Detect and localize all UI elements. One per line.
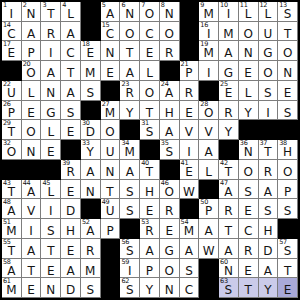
- cell-10-14[interactable]: A: [259, 180, 279, 200]
- cell-14-2[interactable]: T: [22, 259, 42, 279]
- cell-2-2[interactable]: A: [22, 22, 42, 42]
- cell-4-4[interactable]: T: [61, 61, 81, 81]
- cell-6-7[interactable]: Y: [120, 101, 140, 121]
- cell-6-9[interactable]: H: [160, 101, 180, 121]
- cell-letter: R: [160, 46, 179, 60]
- cell-3-5[interactable]: 18E: [81, 41, 101, 61]
- cell-8-5[interactable]: 33Y: [81, 140, 101, 160]
- cell-13-5[interactable]: R: [81, 239, 101, 259]
- cell-2-9[interactable]: O: [160, 22, 180, 42]
- block-7-13: [239, 120, 259, 140]
- cell-6-1[interactable]: 26P: [2, 101, 22, 121]
- cell-9-12[interactable]: 42T: [219, 160, 239, 180]
- cell-2-6[interactable]: 15C: [101, 22, 121, 42]
- cell-5-7[interactable]: 23R: [120, 81, 140, 101]
- cell-13-10[interactable]: A: [180, 239, 200, 259]
- cell-8-2[interactable]: N: [22, 140, 42, 160]
- block-5-6: [101, 81, 121, 101]
- cell-letter: S: [278, 7, 297, 21]
- cell-14-7[interactable]: 59I: [120, 259, 140, 279]
- cell-letter: M: [81, 66, 100, 80]
- cell-7-8[interactable]: 31S: [140, 120, 160, 140]
- cell-13-12[interactable]: A: [219, 239, 239, 259]
- cell-2-13[interactable]: O: [239, 22, 259, 42]
- cell-13-1[interactable]: 55T: [2, 239, 22, 259]
- cell-letter: G: [41, 106, 60, 120]
- block-9-3: [41, 160, 61, 180]
- cell-3-6[interactable]: N: [101, 41, 121, 61]
- cell-4-2[interactable]: 20O: [22, 61, 42, 81]
- cell-11-13[interactable]: E: [239, 199, 259, 219]
- cell-1-13[interactable]: 11L: [239, 2, 259, 22]
- cell-5-1[interactable]: 22U: [2, 81, 22, 101]
- cell-letter: N: [160, 7, 179, 21]
- cell-6-10[interactable]: E: [180, 101, 200, 121]
- cell-4-13[interactable]: E: [239, 61, 259, 81]
- cell-8-13[interactable]: 36N: [239, 140, 259, 160]
- cell-3-7[interactable]: T: [120, 41, 140, 61]
- cell-12-2[interactable]: I: [22, 219, 42, 239]
- cell-14-14[interactable]: A: [259, 259, 279, 279]
- cell-5-3[interactable]: N: [41, 81, 61, 101]
- cell-13-15[interactable]: 57S: [278, 239, 298, 259]
- cell-4-10[interactable]: 21P: [180, 61, 200, 81]
- cell-letter: S: [180, 264, 199, 278]
- cell-letter: T: [22, 264, 41, 278]
- block-8-12: [219, 140, 239, 160]
- cell-6-14[interactable]: I: [259, 101, 279, 121]
- cell-11-1[interactable]: 48A: [2, 199, 22, 219]
- cell-letter: M: [199, 7, 218, 21]
- cell-9-15[interactable]: O: [278, 160, 298, 180]
- cell-9-11[interactable]: L: [199, 160, 219, 180]
- cell-letter: A: [81, 165, 100, 179]
- block-7-14: [259, 120, 279, 140]
- cell-letter: A: [259, 185, 278, 199]
- cell-1-6[interactable]: 5A: [101, 2, 121, 22]
- cell-1-15[interactable]: 13S: [278, 2, 298, 22]
- cell-letter: C: [101, 27, 120, 41]
- cell-2-3[interactable]: R: [41, 22, 61, 42]
- cell-10-2[interactable]: 44A: [22, 180, 42, 200]
- cell-11-4[interactable]: D: [61, 199, 81, 219]
- cell-11-3[interactable]: I: [41, 199, 61, 219]
- cell-letter: R: [81, 244, 100, 258]
- cell-12-3[interactable]: S: [41, 219, 61, 239]
- cell-8-6[interactable]: U: [101, 140, 121, 160]
- cell-letter: A: [22, 244, 41, 258]
- block-11-5: [81, 199, 101, 219]
- cell-letter: T: [259, 145, 278, 159]
- cell-8-11[interactable]: A: [199, 140, 219, 160]
- cell-14-1[interactable]: 58A: [2, 259, 22, 279]
- cell-9-13[interactable]: O: [239, 160, 259, 180]
- cell-letter: E: [2, 46, 21, 60]
- cell-letter: O: [140, 7, 159, 21]
- cell-2-14[interactable]: U: [259, 22, 279, 42]
- cell-14-5[interactable]: M: [81, 259, 101, 279]
- block-2-5: [81, 22, 101, 42]
- cell-letter: R: [239, 244, 258, 258]
- cell-10-8[interactable]: H: [140, 180, 160, 200]
- cell-1-3[interactable]: 3T: [41, 2, 61, 22]
- block-13-6: [101, 239, 121, 259]
- cell-3-8[interactable]: E: [140, 41, 160, 61]
- cell-2-7[interactable]: O: [120, 22, 140, 42]
- block-3-10: [180, 41, 200, 61]
- cell-letter: U: [101, 145, 120, 159]
- cell-10-3[interactable]: 45L: [41, 180, 61, 200]
- cell-11-9[interactable]: R: [160, 199, 180, 219]
- cell-11-15[interactable]: S: [278, 199, 298, 219]
- cell-letter: N: [239, 145, 258, 159]
- cell-3-2[interactable]: P: [22, 41, 42, 61]
- cell-letter: L: [199, 165, 218, 179]
- cell-15-7[interactable]: 62S: [120, 278, 140, 298]
- cell-4-5[interactable]: M: [81, 61, 101, 81]
- cell-letter: S: [41, 224, 60, 238]
- cell-1-2[interactable]: 2N: [22, 2, 42, 22]
- cell-1-9[interactable]: 8N: [160, 2, 180, 22]
- cell-letter: M: [199, 46, 218, 60]
- cell-13-11[interactable]: W: [199, 239, 219, 259]
- cell-12-9[interactable]: E: [160, 219, 180, 239]
- cell-7-6[interactable]: O: [101, 120, 121, 140]
- cell-10-10[interactable]: W: [180, 180, 200, 200]
- cell-6-13[interactable]: Y: [239, 101, 259, 121]
- block-4-1: [2, 61, 22, 81]
- cell-letter: E: [140, 46, 159, 60]
- cell-letter: A: [101, 7, 120, 21]
- cell-11-6[interactable]: 49U: [101, 199, 121, 219]
- cell-letter: I: [41, 46, 60, 60]
- cell-letter: G: [259, 46, 278, 60]
- block-15-6: [101, 278, 121, 298]
- cell-10-13[interactable]: S: [239, 180, 259, 200]
- cell-letter: W: [180, 185, 199, 199]
- cell-3-9[interactable]: R: [160, 41, 180, 61]
- cell-13-13[interactable]: R: [239, 239, 259, 259]
- cell-15-2[interactable]: E: [22, 278, 42, 298]
- cell-12-4[interactable]: H: [61, 219, 81, 239]
- cell-letter: A: [61, 264, 80, 278]
- cell-5-10[interactable]: R: [180, 81, 200, 101]
- cell-11-11[interactable]: 50P: [199, 199, 219, 219]
- cell-letter: S: [61, 106, 80, 120]
- cell-5-9[interactable]: 24A: [160, 81, 180, 101]
- cell-5-15[interactable]: E: [278, 81, 298, 101]
- cell-7-12[interactable]: Y: [219, 120, 239, 140]
- cell-11-7[interactable]: S: [120, 199, 140, 219]
- cell-letter: P: [278, 185, 297, 199]
- cell-letter: H: [259, 224, 278, 238]
- cell-10-15[interactable]: P: [278, 180, 298, 200]
- cell-15-8[interactable]: Y: [140, 278, 160, 298]
- cell-6-11[interactable]: 28O: [199, 101, 219, 121]
- cell-2-8[interactable]: C: [140, 22, 160, 42]
- cell-letter: R: [219, 106, 238, 120]
- cell-7-10[interactable]: V: [180, 120, 200, 140]
- cell-14-9[interactable]: O: [160, 259, 180, 279]
- cell-12-8[interactable]: 53R: [140, 219, 160, 239]
- cell-letter: D: [61, 283, 80, 297]
- cell-letter: I: [2, 7, 21, 21]
- cell-letter: E: [180, 106, 199, 120]
- cell-3-14[interactable]: G: [259, 41, 279, 61]
- cell-letter: U: [2, 86, 21, 100]
- cell-letter: I: [219, 7, 238, 21]
- cell-10-9[interactable]: 46O: [160, 180, 180, 200]
- cell-letter: O: [160, 185, 179, 199]
- cell-letter: R: [120, 86, 139, 100]
- cell-13-9[interactable]: G: [160, 239, 180, 259]
- cell-9-14[interactable]: R: [259, 160, 279, 180]
- cell-9-7[interactable]: A: [120, 160, 140, 180]
- cell-7-9[interactable]: A: [160, 120, 180, 140]
- cell-letter: T: [2, 244, 21, 258]
- cell-5-5[interactable]: S: [81, 81, 101, 101]
- cell-6-3[interactable]: G: [41, 101, 61, 121]
- cell-15-1[interactable]: 61M: [2, 278, 22, 298]
- cell-4-12[interactable]: G: [219, 61, 239, 81]
- cell-14-10[interactable]: S: [180, 259, 200, 279]
- block-9-1: [2, 160, 22, 180]
- cell-12-14[interactable]: H: [259, 219, 279, 239]
- cell-5-13[interactable]: L: [239, 81, 259, 101]
- cell-14-3[interactable]: E: [41, 259, 61, 279]
- cell-12-13[interactable]: C: [239, 219, 259, 239]
- cell-8-10[interactable]: I: [180, 140, 200, 160]
- block-11-10: [180, 199, 200, 219]
- cell-8-9[interactable]: 35S: [160, 140, 180, 160]
- cell-3-1[interactable]: 17E: [2, 41, 22, 61]
- cell-letter: T: [41, 244, 60, 258]
- cell-10-4[interactable]: E: [61, 180, 81, 200]
- cell-letter: O: [101, 125, 120, 139]
- cell-letter: R: [259, 165, 278, 179]
- cell-2-4[interactable]: A: [61, 22, 81, 42]
- cell-10-7[interactable]: S: [120, 180, 140, 200]
- cell-13-8[interactable]: A: [140, 239, 160, 259]
- cell-letter: C: [239, 224, 258, 238]
- cell-1-14[interactable]: 12L: [259, 2, 279, 22]
- cell-letter: T: [278, 27, 297, 41]
- cell-letter: Y: [140, 283, 159, 297]
- cell-5-14[interactable]: S: [259, 81, 279, 101]
- cell-13-3[interactable]: T: [41, 239, 61, 259]
- block-4-9: [160, 61, 180, 81]
- cell-letter: N: [278, 66, 297, 80]
- cell-letter: E: [61, 185, 80, 199]
- cell-11-14[interactable]: S: [259, 199, 279, 219]
- cell-12-11[interactable]: A: [199, 219, 219, 239]
- cell-letter: E: [41, 145, 60, 159]
- cell-4-6[interactable]: E: [101, 61, 121, 81]
- cell-3-4[interactable]: C: [61, 41, 81, 61]
- cell-6-2[interactable]: E: [22, 101, 42, 121]
- cell-15-14[interactable]: Y: [259, 278, 279, 298]
- cell-letter: N: [22, 145, 41, 159]
- cell-10-5[interactable]: N: [81, 180, 101, 200]
- cell-letter: L: [41, 185, 60, 199]
- cell-letter: O: [140, 86, 159, 100]
- cell-3-3[interactable]: I: [41, 41, 61, 61]
- cell-7-2[interactable]: O: [22, 120, 42, 140]
- cell-15-5[interactable]: S: [81, 278, 101, 298]
- cell-5-8[interactable]: O: [140, 81, 160, 101]
- cell-12-6[interactable]: P: [101, 219, 121, 239]
- cell-13-7[interactable]: 56S: [120, 239, 140, 259]
- cell-3-13[interactable]: N: [239, 41, 259, 61]
- cell-6-12[interactable]: R: [219, 101, 239, 121]
- cell-8-14[interactable]: 37T: [259, 140, 279, 160]
- cell-14-4[interactable]: A: [61, 259, 81, 279]
- cell-12-5[interactable]: 52A: [81, 219, 101, 239]
- cell-letter: R: [180, 86, 199, 100]
- cell-9-8[interactable]: 40T: [140, 160, 160, 180]
- cell-letter: M: [180, 224, 199, 238]
- cell-7-3[interactable]: L: [41, 120, 61, 140]
- cell-8-1[interactable]: 32O: [2, 140, 22, 160]
- cell-1-12[interactable]: 10I: [219, 2, 239, 22]
- cell-letter: N: [81, 185, 100, 199]
- cell-9-5[interactable]: A: [81, 160, 101, 180]
- cell-letter: E: [81, 46, 100, 60]
- cell-2-12[interactable]: M: [219, 22, 239, 42]
- cell-12-1[interactable]: 51M: [2, 219, 22, 239]
- cell-5-12[interactable]: 25E: [219, 81, 239, 101]
- cell-3-15[interactable]: O: [278, 41, 298, 61]
- cell-7-11[interactable]: V: [199, 120, 219, 140]
- cell-12-12[interactable]: T: [219, 219, 239, 239]
- cell-13-4[interactable]: E: [61, 239, 81, 259]
- cell-letter: A: [61, 86, 80, 100]
- cell-letter: H: [278, 145, 297, 159]
- cell-10-6[interactable]: T: [101, 180, 121, 200]
- cell-letter: I: [41, 204, 60, 218]
- cell-letter: E: [239, 66, 258, 80]
- cell-9-10[interactable]: 41E: [180, 160, 200, 180]
- cell-6-15[interactable]: S: [278, 101, 298, 121]
- cell-15-4[interactable]: D: [61, 278, 81, 298]
- cell-11-12[interactable]: R: [219, 199, 239, 219]
- cell-10-1[interactable]: 43T: [2, 180, 22, 200]
- cell-letter: L: [259, 7, 278, 21]
- cell-2-15[interactable]: T: [278, 22, 298, 42]
- cell-letter: A: [120, 165, 139, 179]
- cell-15-13[interactable]: T: [239, 278, 259, 298]
- cell-10-12[interactable]: 47A: [219, 180, 239, 200]
- cell-1-8[interactable]: 7O: [140, 2, 160, 22]
- cell-4-3[interactable]: A: [41, 61, 61, 81]
- cell-4-8[interactable]: L: [140, 61, 160, 81]
- cell-15-3[interactable]: N: [41, 278, 61, 298]
- cell-5-4[interactable]: A: [61, 81, 81, 101]
- cell-8-3[interactable]: E: [41, 140, 61, 160]
- cell-4-11[interactable]: I: [199, 61, 219, 81]
- cell-letter: E: [140, 204, 159, 218]
- cell-11-8[interactable]: E: [140, 199, 160, 219]
- cell-letter: E: [239, 204, 258, 218]
- cell-6-6[interactable]: 27M: [101, 101, 121, 121]
- cell-9-4[interactable]: 39R: [61, 160, 81, 180]
- cell-1-1[interactable]: 1I: [2, 2, 22, 22]
- cell-15-15[interactable]: E: [278, 278, 298, 298]
- cell-1-7[interactable]: 6N: [120, 2, 140, 22]
- cell-letter: S: [239, 185, 258, 199]
- cell-8-15[interactable]: 38H: [278, 140, 298, 160]
- cell-letter: L: [239, 7, 258, 21]
- cell-letter: E: [22, 106, 41, 120]
- cell-letter: O: [199, 106, 218, 120]
- cell-letter: A: [22, 27, 41, 41]
- cell-2-1[interactable]: 14C: [2, 22, 22, 42]
- cell-9-6[interactable]: N: [101, 160, 121, 180]
- cell-letter: H: [61, 224, 80, 238]
- cell-11-2[interactable]: V: [22, 199, 42, 219]
- cell-4-15[interactable]: N: [278, 61, 298, 81]
- cell-8-7[interactable]: 34M: [120, 140, 140, 160]
- cell-13-14[interactable]: D: [259, 239, 279, 259]
- block-7-15: [278, 120, 298, 140]
- cell-7-5[interactable]: 30D: [81, 120, 101, 140]
- cell-14-15[interactable]: T: [278, 259, 298, 279]
- cell-letter: H: [140, 185, 159, 199]
- cell-15-12[interactable]: 63S: [219, 278, 239, 298]
- cell-14-12[interactable]: 60N: [219, 259, 239, 279]
- cell-14-8[interactable]: P: [140, 259, 160, 279]
- cell-letter: V: [199, 125, 218, 139]
- cell-5-2[interactable]: L: [22, 81, 42, 101]
- cell-letter: A: [120, 66, 139, 80]
- cell-7-1[interactable]: 29T: [2, 120, 22, 140]
- cell-letter: M: [2, 283, 21, 297]
- cell-letter: M: [219, 27, 238, 41]
- cell-7-4[interactable]: E: [61, 120, 81, 140]
- cell-4-7[interactable]: A: [120, 61, 140, 81]
- cell-6-4[interactable]: S: [61, 101, 81, 121]
- cell-letter: T: [120, 46, 139, 60]
- cell-2-11[interactable]: 16I: [199, 22, 219, 42]
- cell-letter: P: [180, 66, 199, 80]
- cell-1-4[interactable]: 4L: [61, 2, 81, 22]
- cell-4-14[interactable]: O: [259, 61, 279, 81]
- cell-letter: E: [278, 86, 297, 100]
- cell-letter: S: [120, 204, 139, 218]
- cell-letter: T: [278, 264, 297, 278]
- cell-12-10[interactable]: 54M: [180, 219, 200, 239]
- cell-13-2[interactable]: A: [22, 239, 42, 259]
- cell-letter: T: [41, 7, 60, 21]
- cell-letter: O: [239, 27, 258, 41]
- cell-letter: L: [140, 66, 159, 80]
- cell-letter: P: [2, 106, 21, 120]
- cell-6-8[interactable]: T: [140, 101, 160, 121]
- cell-letter: U: [101, 204, 120, 218]
- cell-15-10[interactable]: C: [180, 278, 200, 298]
- cell-3-11[interactable]: 19M: [199, 41, 219, 61]
- block-14-11: [199, 259, 219, 279]
- cell-letter: D: [259, 244, 278, 258]
- cell-letter: O: [239, 165, 258, 179]
- cell-15-9[interactable]: N: [160, 278, 180, 298]
- cell-3-12[interactable]: A: [219, 41, 239, 61]
- cell-letter: A: [160, 125, 179, 139]
- cell-letter: O: [160, 27, 179, 41]
- cell-14-13[interactable]: E: [239, 259, 259, 279]
- cell-letter: Y: [259, 283, 278, 297]
- cell-1-11[interactable]: 9M: [199, 2, 219, 22]
